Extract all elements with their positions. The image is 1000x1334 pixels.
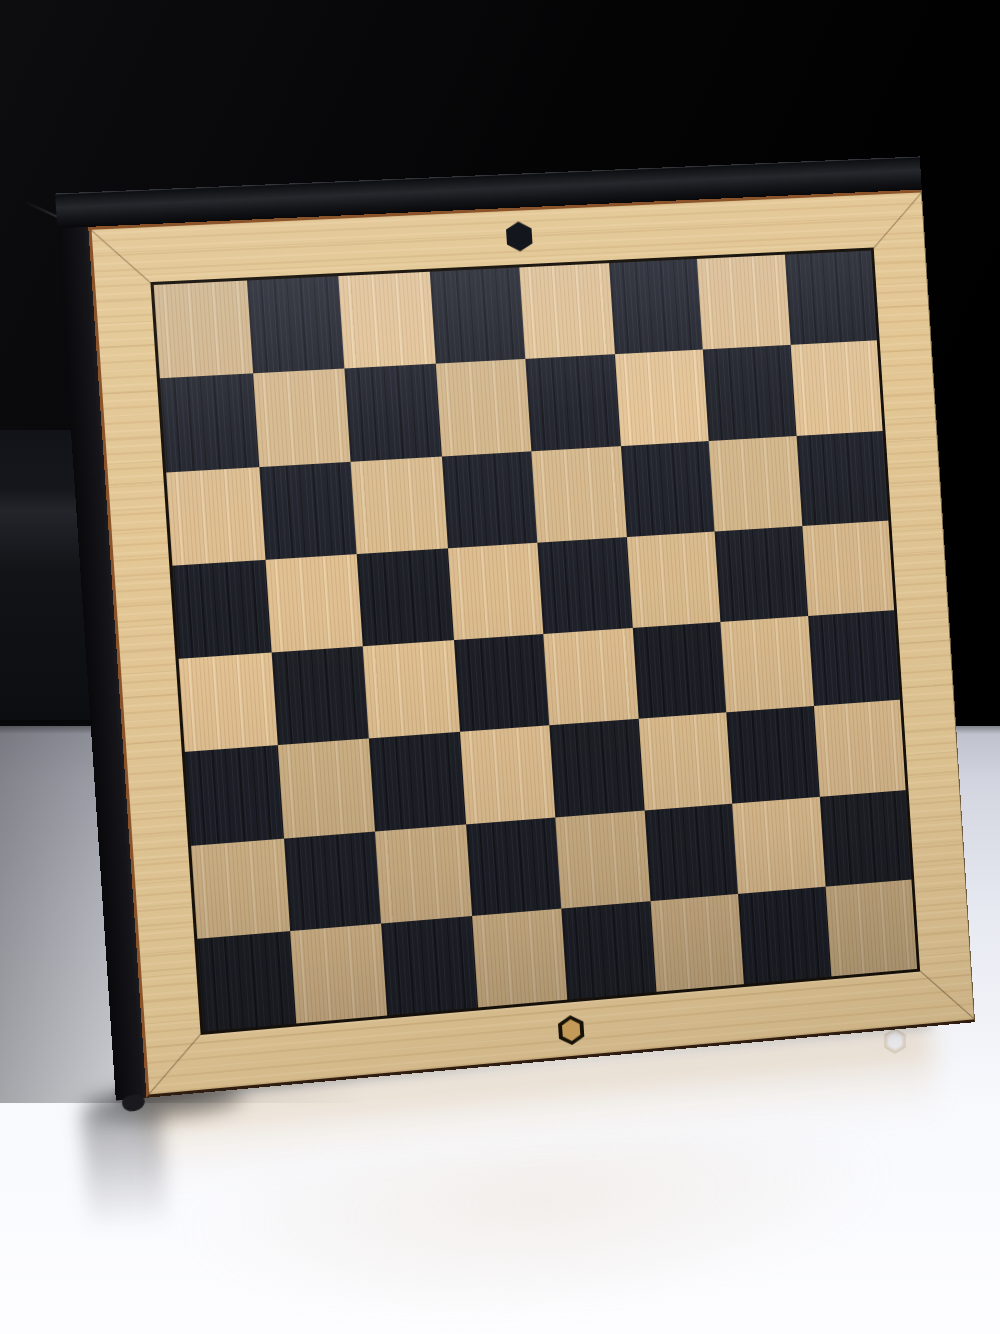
square-f8[interactable] — [609, 259, 703, 355]
product-photo-scene — [0, 0, 1000, 1334]
square-c2[interactable] — [375, 824, 472, 923]
square-f6[interactable] — [620, 441, 714, 537]
square-h1[interactable] — [825, 879, 917, 976]
square-b3[interactable] — [277, 739, 375, 838]
square-e2[interactable] — [555, 810, 650, 908]
square-g8[interactable] — [697, 255, 790, 350]
square-c5[interactable] — [357, 548, 454, 646]
square-g4[interactable] — [720, 616, 813, 713]
square-b8[interactable] — [246, 276, 344, 374]
square-e7[interactable] — [525, 354, 620, 450]
square-b7[interactable] — [253, 369, 351, 467]
frame-miter-bottom-left — [149, 1031, 203, 1094]
square-f5[interactable] — [626, 531, 720, 628]
playing-field — [150, 247, 920, 1034]
square-a5[interactable] — [172, 560, 271, 659]
bottom-hexagon-brass-core — [562, 1018, 581, 1041]
square-e6[interactable] — [531, 446, 626, 543]
square-c4[interactable] — [363, 640, 460, 739]
square-e1[interactable] — [561, 901, 656, 1000]
square-a2[interactable] — [191, 838, 290, 938]
square-g3[interactable] — [726, 706, 819, 803]
square-b6[interactable] — [259, 461, 357, 559]
square-g7[interactable] — [703, 345, 796, 440]
square-d8[interactable] — [429, 267, 525, 364]
square-d1[interactable] — [472, 908, 568, 1007]
board-grid — [154, 251, 917, 1032]
square-a4[interactable] — [179, 653, 278, 753]
square-b4[interactable] — [271, 646, 369, 745]
chess-board — [55, 156, 975, 1100]
square-g5[interactable] — [715, 526, 808, 622]
square-e4[interactable] — [543, 628, 638, 726]
bottom-hexagon-inlay — [558, 1014, 585, 1046]
square-e5[interactable] — [537, 537, 632, 634]
square-h7[interactable] — [790, 341, 882, 436]
square-a7[interactable] — [160, 374, 259, 472]
square-g2[interactable] — [732, 796, 825, 893]
square-e8[interactable] — [519, 263, 614, 359]
square-g1[interactable] — [738, 886, 831, 984]
square-h8[interactable] — [784, 251, 876, 346]
frame-miter-top-left — [91, 230, 153, 286]
square-a1[interactable] — [197, 931, 295, 1032]
square-d5[interactable] — [447, 542, 543, 640]
square-h4[interactable] — [808, 610, 900, 706]
square-b5[interactable] — [265, 554, 363, 653]
square-h3[interactable] — [813, 700, 905, 796]
square-c8[interactable] — [338, 272, 435, 369]
square-c1[interactable] — [381, 916, 478, 1016]
square-f7[interactable] — [614, 350, 708, 446]
square-h5[interactable] — [802, 520, 894, 616]
top-hexagon-inlay — [506, 221, 533, 252]
frame-miter-top-right — [871, 192, 921, 250]
square-d2[interactable] — [466, 817, 562, 916]
board-face — [88, 190, 975, 1098]
square-d7[interactable] — [435, 359, 531, 456]
square-g6[interactable] — [709, 435, 802, 531]
square-b2[interactable] — [283, 831, 381, 931]
square-h6[interactable] — [796, 430, 888, 525]
square-f3[interactable] — [638, 713, 732, 810]
square-f4[interactable] — [632, 622, 726, 719]
box-side-reflection — [81, 1107, 171, 1262]
square-h2[interactable] — [819, 790, 911, 887]
square-e3[interactable] — [549, 719, 644, 817]
square-c6[interactable] — [351, 456, 448, 554]
square-c3[interactable] — [369, 732, 466, 831]
square-d6[interactable] — [441, 451, 537, 548]
square-c7[interactable] — [344, 364, 441, 461]
square-d3[interactable] — [460, 726, 556, 824]
square-a6[interactable] — [166, 467, 265, 566]
square-d4[interactable] — [453, 634, 549, 732]
frame-miter-bottom-right — [918, 969, 975, 1020]
square-f2[interactable] — [644, 803, 738, 901]
square-a8[interactable] — [154, 281, 253, 379]
square-a3[interactable] — [185, 745, 284, 845]
square-f1[interactable] — [650, 894, 744, 992]
square-b1[interactable] — [290, 923, 388, 1023]
